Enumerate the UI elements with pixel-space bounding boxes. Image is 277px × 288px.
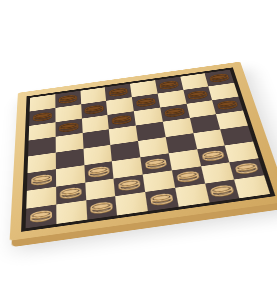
checker-piece-light: ⛂ — [148, 188, 175, 209]
checker-piece-dark: ⛂ — [110, 111, 132, 128]
square-f1 — [175, 184, 209, 207]
checker-piece-dark: ⛂ — [108, 84, 129, 99]
checker-piece-light: ⛂ — [30, 169, 53, 188]
checker-piece-light: ⛂ — [87, 161, 111, 180]
square-c1: ⛂ — [86, 196, 118, 219]
checker-piece-light: ⛂ — [143, 153, 168, 172]
checker-piece-dark: ⛂ — [215, 96, 240, 112]
checker-piece-light: ⛂ — [29, 204, 53, 225]
square-h1 — [234, 175, 270, 198]
square-d1 — [115, 192, 147, 215]
board-inner-border: ⛂⛂⛂⛂⛂⛂⛂⛂⛂⛂⛂⛂⛂⛂⛂⛂⛂⛂⛂⛂⛂⛂⛂⛂ — [21, 67, 275, 231]
checker-piece-light: ⛂ — [175, 166, 201, 186]
checker-piece-dark: ⛂ — [58, 118, 79, 135]
checker-piece-dark: ⛂ — [207, 70, 230, 85]
product-photo: ⛂⛂⛂⛂⛂⛂⛂⛂⛂⛂⛂⛂⛂⛂⛂⛂⛂⛂⛂⛂⛂⛂⛂⛂ — [0, 0, 277, 288]
checker-piece-light: ⛂ — [200, 145, 226, 164]
checker-piece-dark: ⛂ — [83, 100, 104, 116]
checkers-board: ⛂⛂⛂⛂⛂⛂⛂⛂⛂⛂⛂⛂⛂⛂⛂⛂⛂⛂⛂⛂⛂⛂⛂⛂ — [10, 62, 277, 241]
square-e1: ⛂ — [145, 188, 178, 211]
checker-piece-light: ⛂ — [117, 174, 142, 194]
square-b1 — [56, 201, 87, 225]
checker-piece-light: ⛂ — [89, 196, 114, 217]
checker-piece-light: ⛂ — [232, 158, 260, 178]
checker-piece-dark: ⛂ — [157, 77, 179, 92]
square-g1: ⛂ — [205, 180, 240, 203]
checker-piece-light: ⛂ — [208, 179, 236, 200]
checker-piece-dark: ⛂ — [32, 108, 52, 124]
board-grid: ⛂⛂⛂⛂⛂⛂⛂⛂⛂⛂⛂⛂⛂⛂⛂⛂⛂⛂⛂⛂⛂⛂⛂⛂ — [26, 70, 271, 229]
checker-piece-dark: ⛂ — [134, 93, 156, 109]
square-a1: ⛂ — [26, 205, 57, 229]
checker-piece-light: ⛂ — [59, 182, 83, 202]
checker-piece-dark: ⛂ — [186, 86, 210, 102]
board-frame: ⛂⛂⛂⛂⛂⛂⛂⛂⛂⛂⛂⛂⛂⛂⛂⛂⛂⛂⛂⛂⛂⛂⛂⛂ — [10, 62, 277, 241]
checker-piece-dark: ⛂ — [58, 91, 78, 106]
checker-piece-dark: ⛂ — [163, 103, 187, 119]
